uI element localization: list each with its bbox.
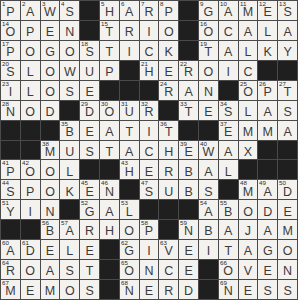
cell-letter: S: [60, 81, 79, 100]
cell-letter: O: [239, 200, 258, 219]
cell-letter: J: [239, 220, 258, 239]
grid-cell[interactable]: A: [100, 121, 119, 140]
grid-cell[interactable]: O: [239, 200, 258, 219]
grid-cell[interactable]: B: [179, 160, 198, 179]
grid-cell[interactable]: O: [41, 160, 60, 179]
cell-letter: G: [258, 240, 277, 259]
grid-cell[interactable]: 63V: [159, 240, 178, 259]
cell-letter: L: [21, 61, 40, 80]
grid-cell[interactable]: E: [179, 260, 198, 279]
grid-cell[interactable]: S: [199, 180, 218, 199]
cell-letter: R: [179, 61, 198, 80]
grid-cell[interactable]: O: [41, 61, 60, 80]
block-cell: [219, 81, 238, 100]
grid-cell[interactable]: 68N: [120, 280, 139, 299]
cell-letter: D: [278, 180, 297, 199]
block-cell: [239, 160, 258, 179]
cell-letter: O: [1, 21, 20, 40]
block-cell: [60, 101, 79, 120]
grid-cell[interactable]: E: [140, 160, 159, 179]
grid-cell[interactable]: 40W: [199, 141, 218, 160]
grid-cell[interactable]: A: [278, 21, 297, 40]
grid-cell[interactable]: 34S: [219, 101, 238, 120]
block-cell: [80, 1, 99, 20]
grid-cell[interactable]: A: [219, 220, 238, 239]
grid-cell[interactable]: 3W: [41, 1, 60, 20]
grid-cell[interactable]: I: [140, 121, 159, 140]
grid-cell[interactable]: I: [140, 240, 159, 259]
grid-cell[interactable]: A: [258, 101, 277, 120]
grid-cell[interactable]: C: [239, 61, 258, 80]
block-cell: [41, 121, 60, 140]
cell-letter: T: [100, 21, 119, 40]
cell-letter: N: [140, 260, 159, 279]
grid-cell[interactable]: S: [60, 260, 79, 279]
block-cell: [80, 160, 99, 179]
cell-letter: M: [1, 280, 20, 299]
cell-letter: M: [41, 280, 60, 299]
grid-cell[interactable]: O: [120, 220, 139, 239]
grid-cell[interactable]: 30O: [100, 101, 119, 120]
grid-cell[interactable]: C: [159, 260, 178, 279]
grid-cell[interactable]: O: [41, 81, 60, 100]
grid-cell[interactable]: E: [258, 260, 277, 279]
block-cell: [120, 81, 139, 100]
grid-cell[interactable]: E: [80, 240, 99, 259]
grid-cell[interactable]: 52G: [80, 200, 99, 219]
block-cell: [258, 141, 277, 160]
grid-cell[interactable]: S: [278, 101, 297, 120]
grid-cell[interactable]: A: [120, 141, 139, 160]
cell-letter: S: [219, 101, 238, 120]
cell-letter: O: [21, 41, 40, 60]
cell-letter: R: [140, 101, 159, 120]
grid-cell[interactable]: M: [239, 121, 258, 140]
grid-cell[interactable]: 12E: [258, 1, 277, 20]
grid-cell[interactable]: T: [80, 260, 99, 279]
cell-letter: G: [41, 41, 60, 60]
grid-cell[interactable]: T: [219, 240, 238, 259]
cell-letter: E: [41, 240, 60, 259]
cell-letter: L: [60, 240, 79, 259]
grid-cell[interactable]: O: [41, 180, 60, 199]
grid-cell[interactable]: J: [239, 220, 258, 239]
cell-letter: P: [140, 220, 159, 239]
cell-letter: L: [219, 160, 238, 179]
grid-cell[interactable]: 9G: [199, 1, 218, 20]
grid-cell[interactable]: 46N: [100, 180, 119, 199]
grid-cell[interactable]: 38M: [41, 141, 60, 160]
grid-cell[interactable]: 15T: [100, 21, 119, 40]
grid-cell[interactable]: 18S: [80, 41, 99, 60]
grid-cell[interactable]: N: [278, 260, 297, 279]
cell-letter: O: [21, 101, 40, 120]
cell-letter: E: [258, 1, 277, 20]
block-cell: [179, 200, 198, 219]
cell-letter: N: [100, 180, 119, 199]
grid-cell[interactable]: 59N: [179, 220, 198, 239]
grid-cell[interactable]: A: [239, 21, 258, 40]
grid-cell[interactable]: 69N: [219, 280, 238, 299]
grid-cell[interactable]: E: [239, 280, 258, 299]
block-cell: [21, 121, 40, 140]
grid-cell[interactable]: 45E: [80, 180, 99, 199]
block-cell: [21, 220, 40, 239]
cell-letter: P: [159, 1, 178, 20]
cell-letter: C: [239, 61, 258, 80]
cell-letter: E: [258, 260, 277, 279]
cell-letter: R: [159, 160, 178, 179]
cell-letter: E: [80, 121, 99, 140]
grid-cell[interactable]: C: [140, 41, 159, 60]
grid-cell[interactable]: I: [21, 200, 40, 219]
grid-cell[interactable]: S: [278, 280, 297, 299]
cell-letter: M: [41, 141, 60, 160]
cell-letter: O: [60, 41, 79, 60]
grid-cell[interactable]: 20S: [1, 61, 20, 80]
cell-letter: B: [179, 180, 198, 199]
grid-cell[interactable]: S: [60, 81, 79, 100]
grid-cell[interactable]: 54A: [199, 200, 218, 219]
grid-cell[interactable]: 10A: [219, 1, 238, 20]
cell-letter: D: [258, 200, 277, 219]
cell-letter: P: [1, 160, 20, 179]
grid-cell[interactable]: 25O: [239, 81, 258, 100]
grid-cell[interactable]: 8P: [159, 1, 178, 20]
grid-cell[interactable]: 49A: [258, 180, 277, 199]
cell-letter: I: [199, 240, 218, 259]
cell-letter: P: [258, 81, 277, 100]
grid-cell[interactable]: I: [219, 61, 238, 80]
grid-cell[interactable]: 24R: [159, 81, 178, 100]
grid-cell[interactable]: 33T: [179, 101, 198, 120]
grid-cell[interactable]: 48M: [239, 180, 258, 199]
grid-cell[interactable]: E: [41, 240, 60, 259]
cell-letter: H: [100, 220, 119, 239]
grid-cell[interactable]: 42O: [21, 160, 40, 179]
grid-cell[interactable]: 57A: [60, 220, 79, 239]
grid-cell[interactable]: H: [159, 141, 178, 160]
cell-letter: E: [21, 280, 40, 299]
grid-cell[interactable]: G: [41, 41, 60, 60]
grid-cell[interactable]: 51Y: [1, 200, 20, 219]
block-cell: [140, 81, 159, 100]
grid-cell[interactable]: 11M: [239, 1, 258, 20]
grid-cell[interactable]: E: [80, 121, 99, 140]
grid-cell[interactable]: O: [199, 61, 218, 80]
cell-letter: C: [140, 41, 159, 60]
grid-cell[interactable]: I: [120, 41, 139, 60]
grid-cell[interactable]: A: [239, 240, 258, 259]
grid-cell[interactable]: M: [258, 121, 277, 140]
grid-cell[interactable]: E: [80, 81, 99, 100]
grid-cell[interactable]: N: [41, 200, 60, 219]
grid-cell[interactable]: O: [60, 280, 79, 299]
grid-cell[interactable]: A: [219, 141, 238, 160]
grid-cell[interactable]: 29D: [80, 101, 99, 120]
cell-letter: X: [239, 141, 258, 160]
cell-letter: L: [239, 101, 258, 120]
grid-cell[interactable]: L: [239, 101, 258, 120]
block-cell: [258, 61, 277, 80]
cell-letter: B: [219, 200, 238, 219]
grid-cell[interactable]: 41P: [1, 160, 20, 179]
grid-cell[interactable]: A: [278, 121, 297, 140]
block-cell: [100, 160, 119, 179]
grid-cell[interactable]: 6A: [120, 1, 139, 20]
grid-cell[interactable]: 64R: [1, 260, 20, 279]
grid-cell[interactable]: 61D: [21, 240, 40, 259]
grid-cell[interactable]: C: [219, 21, 238, 40]
grid-cell[interactable]: L: [258, 21, 277, 40]
cell-letter: U: [159, 180, 178, 199]
block-cell: [120, 61, 139, 80]
grid-cell[interactable]: B: [179, 180, 198, 199]
cell-letter: H: [120, 160, 139, 179]
grid-cell[interactable]: 55B: [219, 200, 238, 219]
grid-cell[interactable]: S: [80, 141, 99, 160]
grid-cell[interactable]: L: [21, 81, 40, 100]
cell-letter: S: [199, 180, 218, 199]
cell-letter: S: [80, 141, 99, 160]
grid-cell[interactable]: D: [258, 200, 277, 219]
block-cell: [100, 81, 119, 100]
cell-letter: T: [159, 121, 178, 140]
grid-cell[interactable]: 37E: [219, 121, 238, 140]
grid-cell[interactable]: O: [278, 240, 297, 259]
grid-cell[interactable]: U: [60, 141, 79, 160]
cell-letter: B: [199, 220, 218, 239]
cell-letter: L: [60, 160, 79, 179]
cell-letter: I: [219, 61, 238, 80]
block-cell: [1, 220, 20, 239]
grid-cell[interactable]: 56B: [41, 220, 60, 239]
grid-cell[interactable]: V: [239, 260, 258, 279]
cell-letter: R: [1, 260, 20, 279]
grid-cell[interactable]: T: [120, 121, 139, 140]
grid-cell[interactable]: M: [278, 220, 297, 239]
grid-cell[interactable]: 50D: [278, 180, 297, 199]
grid-cell[interactable]: O: [159, 21, 178, 40]
grid-cell[interactable]: A: [100, 200, 119, 219]
grid-cell[interactable]: K: [60, 180, 79, 199]
grid-cell[interactable]: P: [21, 21, 40, 40]
grid-cell[interactable]: 53L: [120, 200, 139, 219]
grid-cell[interactable]: D: [41, 101, 60, 120]
cell-letter: A: [1, 240, 20, 259]
cell-letter: O: [41, 61, 60, 80]
grid-cell[interactable]: N: [199, 81, 218, 100]
grid-cell[interactable]: E: [278, 200, 297, 219]
grid-cell[interactable]: G: [258, 240, 277, 259]
cell-letter: N: [219, 280, 238, 299]
cell-letter: S: [278, 101, 297, 120]
grid-cell[interactable]: 19T: [199, 41, 218, 60]
grid-cell[interactable]: 65O: [120, 260, 139, 279]
grid-cell[interactable]: 1P: [1, 1, 20, 20]
grid-cell[interactable]: D: [179, 280, 198, 299]
cell-letter: A: [219, 1, 238, 20]
cell-letter: L: [258, 21, 277, 40]
cell-letter: Y: [1, 200, 20, 219]
grid-cell[interactable]: R: [120, 21, 139, 40]
cell-letter: P: [21, 21, 40, 40]
cell-letter: L: [120, 200, 139, 219]
grid-cell[interactable]: 14O: [1, 21, 20, 40]
grid-cell[interactable]: L: [219, 160, 238, 179]
cell-letter: A: [120, 141, 139, 160]
grid-cell[interactable]: C: [140, 141, 159, 160]
grid-cell[interactable]: N: [60, 21, 79, 40]
block-cell: [199, 280, 218, 299]
grid-cell[interactable]: K: [258, 41, 277, 60]
grid-cell[interactable]: 47S: [140, 180, 159, 199]
grid-cell[interactable]: E: [179, 240, 198, 259]
grid-cell[interactable]: I: [140, 21, 159, 40]
grid-cell[interactable]: 60A: [1, 240, 20, 259]
grid-cell[interactable]: U: [80, 61, 99, 80]
cell-letter: H: [140, 61, 159, 80]
cell-letter: S: [140, 180, 159, 199]
grid-cell[interactable]: E: [140, 280, 159, 299]
grid-cell[interactable]: 36T: [159, 121, 178, 140]
grid-cell[interactable]: 43H: [120, 160, 139, 179]
grid-cell[interactable]: A: [41, 260, 60, 279]
cell-letter: G: [120, 240, 139, 259]
cell-letter: O: [21, 160, 40, 179]
cell-letter: I: [120, 41, 139, 60]
grid-cell[interactable]: E: [21, 280, 40, 299]
cell-letter: O: [41, 81, 60, 100]
grid-cell[interactable]: 17P: [1, 41, 20, 60]
grid-cell[interactable]: N: [140, 260, 159, 279]
block-cell: [258, 160, 277, 179]
grid-cell[interactable]: 4S: [60, 1, 79, 20]
grid-cell[interactable]: 44S: [1, 180, 20, 199]
grid-cell[interactable]: E: [159, 61, 178, 80]
cell-letter: C: [159, 260, 178, 279]
grid-cell[interactable]: S: [258, 280, 277, 299]
grid-cell[interactable]: 23I: [1, 81, 20, 100]
cell-letter: L: [239, 41, 258, 60]
grid-cell[interactable]: E: [41, 21, 60, 40]
cell-letter: S: [1, 61, 20, 80]
grid-cell[interactable]: M: [41, 280, 60, 299]
grid-cell[interactable]: E: [199, 101, 218, 120]
cell-letter: P: [21, 180, 40, 199]
grid-cell[interactable]: O: [60, 41, 79, 60]
grid-cell[interactable]: O: [21, 101, 40, 120]
cell-letter: A: [199, 200, 218, 219]
grid-cell[interactable]: 5H: [100, 1, 119, 20]
grid-cell[interactable]: A: [219, 41, 238, 60]
cell-letter: P: [100, 61, 119, 80]
grid-cell[interactable]: X: [239, 141, 258, 160]
grid-cell[interactable]: U: [159, 180, 178, 199]
cell-letter: O: [41, 180, 60, 199]
grid-cell[interactable]: 22R: [179, 61, 198, 80]
cell-letter: A: [41, 260, 60, 279]
grid-cell[interactable]: 58P: [140, 220, 159, 239]
grid-cell[interactable]: 26P: [258, 81, 277, 100]
grid-cell[interactable]: 7R: [140, 1, 159, 20]
grid-cell[interactable]: 62G: [120, 240, 139, 259]
cell-letter: S: [60, 260, 79, 279]
grid-cell[interactable]: A: [258, 220, 277, 239]
grid-cell[interactable]: P: [100, 61, 119, 80]
grid-cell[interactable]: R: [80, 220, 99, 239]
cell-letter: T: [179, 101, 198, 120]
cell-letter: T: [120, 121, 139, 140]
grid-cell[interactable]: 67M: [1, 280, 20, 299]
cell-letter: S: [80, 41, 99, 60]
grid-cell[interactable]: R: [159, 280, 178, 299]
grid-cell[interactable]: 2A: [21, 1, 40, 20]
grid-cell[interactable]: I: [199, 240, 218, 259]
grid-cell[interactable]: 16O: [199, 21, 218, 40]
grid-cell[interactable]: Y: [278, 41, 297, 60]
grid-cell[interactable]: 66O: [219, 260, 238, 279]
grid-cell[interactable]: 31U: [120, 101, 139, 120]
cell-letter: C: [140, 141, 159, 160]
crossword-grid: 1P2A3W4S5H6A7R8P9G10A11M12E13S14OPEN15TR…: [0, 0, 298, 300]
grid-cell[interactable]: H: [100, 220, 119, 239]
grid-cell[interactable]: T: [100, 141, 119, 160]
grid-cell[interactable]: S: [80, 280, 99, 299]
cell-letter: D: [41, 101, 60, 120]
grid-cell[interactable]: L: [239, 41, 258, 60]
cell-letter: O: [219, 260, 238, 279]
grid-cell[interactable]: L: [21, 61, 40, 80]
grid-cell[interactable]: L: [60, 160, 79, 179]
cell-letter: O: [120, 220, 139, 239]
grid-cell[interactable]: 27T: [278, 81, 297, 100]
cell-letter: E: [140, 280, 159, 299]
block-cell: [179, 1, 198, 20]
cell-letter: N: [278, 260, 297, 279]
cell-letter: R: [159, 81, 178, 100]
grid-cell[interactable]: W: [60, 61, 79, 80]
cell-letter: V: [159, 240, 178, 259]
cell-letter: A: [179, 81, 198, 100]
grid-cell[interactable]: T: [100, 41, 119, 60]
cell-letter: A: [278, 121, 297, 140]
cell-letter: T: [100, 41, 119, 60]
cell-letter: U: [60, 141, 79, 160]
cell-letter: S: [1, 180, 20, 199]
block-cell: [140, 200, 159, 219]
grid-cell[interactable]: L: [60, 240, 79, 259]
grid-cell[interactable]: K: [159, 41, 178, 60]
cell-letter: A: [219, 41, 238, 60]
cell-letter: A: [278, 21, 297, 40]
grid-cell[interactable]: 32R: [140, 101, 159, 120]
grid-cell[interactable]: A: [179, 81, 198, 100]
grid-cell[interactable]: 39E: [179, 141, 198, 160]
grid-cell[interactable]: 28N: [1, 101, 20, 120]
cell-letter: E: [80, 240, 99, 259]
grid-cell[interactable]: 13S: [278, 1, 297, 20]
grid-cell[interactable]: A: [199, 160, 218, 179]
grid-cell[interactable]: P: [21, 180, 40, 199]
grid-cell[interactable]: 21H: [140, 61, 159, 80]
grid-cell[interactable]: B: [199, 220, 218, 239]
grid-cell[interactable]: 35B: [60, 121, 79, 140]
grid-cell[interactable]: O: [21, 260, 40, 279]
grid-cell[interactable]: R: [159, 160, 178, 179]
cell-letter: A: [219, 220, 238, 239]
grid-cell[interactable]: O: [21, 41, 40, 60]
